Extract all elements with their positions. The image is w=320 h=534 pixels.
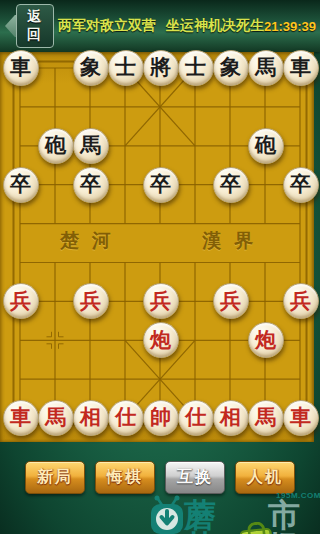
piece-red-soldier[interactable]: 兵 [213, 283, 249, 319]
watermark-url-text: 195M.COM [276, 491, 320, 500]
pieces-layer: 車象士將士象馬車砲馬砲卒卒卒卒卒兵兵兵兵兵炮炮車馬相仕帥仕相馬車 [3, 49, 318, 438]
piece-black-elephant[interactable]: 象 [213, 50, 249, 86]
piece-red-advisor[interactable]: 仕 [178, 400, 214, 436]
watermark-text-mogu: 蘑菇 [184, 499, 243, 534]
game-timer: 21:39:39 [264, 19, 316, 34]
page-title-left: 两军对敌立双营 [58, 17, 156, 35]
piece-black-cannon[interactable]: 砲 [248, 128, 284, 164]
shopping-bag-icon [239, 527, 274, 534]
piece-red-chariot[interactable]: 車 [3, 400, 39, 436]
piece-red-soldier[interactable]: 兵 [3, 283, 39, 319]
piece-red-elephant[interactable]: 相 [73, 400, 109, 436]
piece-red-horse[interactable]: 馬 [38, 400, 74, 436]
piece-red-advisor[interactable]: 仕 [108, 400, 144, 436]
piece-black-horse[interactable]: 馬 [73, 128, 109, 164]
back-button[interactable]: 返回 [16, 4, 54, 48]
new-game-button[interactable]: 新局 [25, 461, 85, 494]
piece-black-soldier[interactable]: 卒 [73, 167, 109, 203]
xiangqi-board: 楚河 漢界 車象士將士象馬車砲馬砲卒卒卒卒卒兵兵兵兵兵炮炮車馬相仕帥仕相馬車 [0, 52, 314, 442]
piece-red-horse[interactable]: 馬 [248, 400, 284, 436]
page-title-right: 坐运神机决死生 [166, 17, 264, 35]
piece-black-chariot[interactable]: 車 [3, 50, 39, 86]
piece-red-soldier[interactable]: 兵 [73, 283, 109, 319]
back-button-label: 返回 [16, 4, 54, 48]
page-title: 两军对敌立双营 坐运神机决死生 [58, 17, 264, 35]
piece-red-elephant[interactable]: 相 [213, 400, 249, 436]
piece-black-cannon[interactable]: 砲 [38, 128, 74, 164]
undo-move-button[interactable]: 悔棋 [95, 461, 155, 494]
piece-black-soldier[interactable]: 卒 [283, 167, 319, 203]
piece-red-cannon[interactable]: 炮 [143, 322, 179, 358]
piece-black-soldier[interactable]: 卒 [143, 167, 179, 203]
top-bar: 返回 两军对敌立双营 坐运神机决死生 21:39:39 [0, 0, 320, 52]
app-screen: 返回 两军对敌立双营 坐运神机决死生 21:39:39 楚河 漢界 車象士將士象… [0, 0, 320, 534]
piece-red-soldier[interactable]: 兵 [283, 283, 319, 319]
piece-black-general[interactable]: 將 [143, 50, 179, 86]
piece-black-elephant[interactable]: 象 [73, 50, 109, 86]
watermark-text-shichang: 市场 [268, 499, 320, 534]
piece-black-advisor[interactable]: 士 [108, 50, 144, 86]
piece-red-cannon[interactable]: 炮 [248, 322, 284, 358]
app-market-watermark: 蘑菇 市场 195M.COM [152, 489, 320, 534]
piece-red-soldier[interactable]: 兵 [143, 283, 179, 319]
piece-black-advisor[interactable]: 士 [178, 50, 214, 86]
piece-red-chariot[interactable]: 車 [283, 400, 319, 436]
piece-black-chariot[interactable]: 車 [283, 50, 319, 86]
piece-red-general[interactable]: 帥 [143, 400, 179, 436]
watermark-text-row: 蘑菇 市场 [184, 499, 320, 534]
piece-black-soldier[interactable]: 卒 [213, 167, 249, 203]
download-robot-icon [148, 491, 186, 534]
piece-black-soldier[interactable]: 卒 [3, 167, 39, 203]
piece-black-horse[interactable]: 馬 [248, 50, 284, 86]
